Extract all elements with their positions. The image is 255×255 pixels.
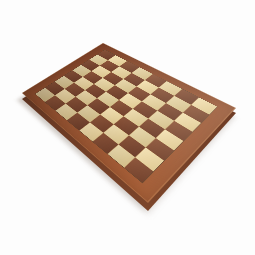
product-photo-scene [0,0,255,255]
